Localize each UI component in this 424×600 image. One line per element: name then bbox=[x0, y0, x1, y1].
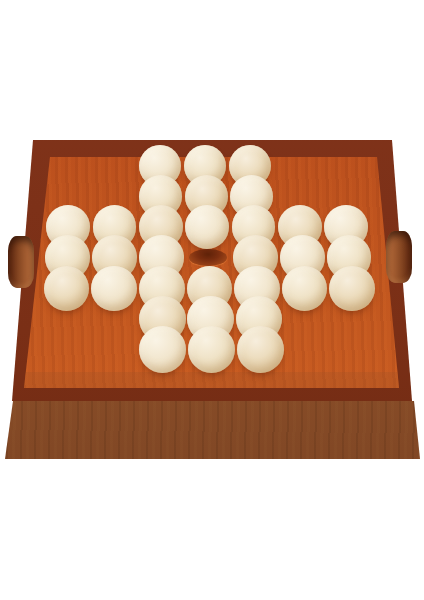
peg-ball[interactable] bbox=[91, 266, 137, 312]
peg-ball[interactable] bbox=[329, 266, 375, 312]
pieces-layer bbox=[0, 0, 424, 600]
peg-ball[interactable] bbox=[185, 205, 229, 249]
peg-ball[interactable] bbox=[188, 326, 235, 373]
product-photo-peg-solitaire bbox=[0, 0, 424, 600]
peg-ball[interactable] bbox=[44, 266, 90, 312]
empty-hole-d4[interactable] bbox=[189, 249, 227, 266]
peg-ball[interactable] bbox=[237, 326, 284, 373]
peg-ball[interactable] bbox=[282, 266, 328, 312]
peg-ball[interactable] bbox=[139, 326, 186, 373]
